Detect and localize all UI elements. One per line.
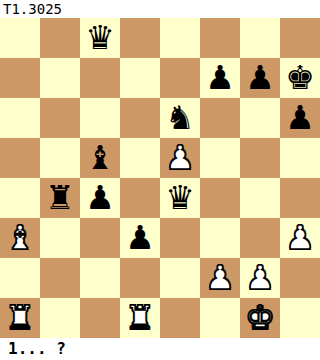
square-h7[interactable]: ♚ xyxy=(280,58,320,98)
square-f2[interactable]: ♟ xyxy=(200,258,240,298)
square-g8[interactable] xyxy=(240,18,280,58)
square-f6[interactable] xyxy=(200,98,240,138)
square-d2[interactable] xyxy=(120,258,160,298)
square-d1[interactable]: ♜ xyxy=(120,298,160,338)
square-a6[interactable] xyxy=(0,98,40,138)
square-a8[interactable] xyxy=(0,18,40,58)
square-f1[interactable] xyxy=(200,298,240,338)
square-f3[interactable] xyxy=(200,218,240,258)
square-e3[interactable] xyxy=(160,218,200,258)
square-g2[interactable]: ♟ xyxy=(240,258,280,298)
move-prompt: 1... ? xyxy=(0,338,320,360)
square-g7[interactable]: ♟ xyxy=(240,58,280,98)
white-rook: ♜ xyxy=(125,298,155,338)
square-g4[interactable] xyxy=(240,178,280,218)
white-rook: ♜ xyxy=(5,298,35,338)
black-pawn: ♟ xyxy=(245,58,275,98)
square-b8[interactable] xyxy=(40,18,80,58)
chess-board: ♛♟♟♚♞♟♝♟♜♟♛♝♟♟♟♟♜♜♚ xyxy=(0,18,320,338)
square-b6[interactable] xyxy=(40,98,80,138)
white-pawn: ♟ xyxy=(245,258,275,298)
square-a3[interactable]: ♝ xyxy=(0,218,40,258)
square-d8[interactable] xyxy=(120,18,160,58)
black-rook: ♜ xyxy=(45,178,75,218)
square-c5[interactable]: ♝ xyxy=(80,138,120,178)
black-knight: ♞ xyxy=(165,98,195,138)
square-b4[interactable]: ♜ xyxy=(40,178,80,218)
white-king: ♚ xyxy=(245,298,275,338)
square-g5[interactable] xyxy=(240,138,280,178)
square-e7[interactable] xyxy=(160,58,200,98)
square-e1[interactable] xyxy=(160,298,200,338)
square-f5[interactable] xyxy=(200,138,240,178)
square-e4[interactable]: ♛ xyxy=(160,178,200,218)
white-pawn: ♟ xyxy=(285,218,315,258)
black-pawn: ♟ xyxy=(205,58,235,98)
black-queen: ♛ xyxy=(85,18,115,58)
square-f8[interactable] xyxy=(200,18,240,58)
black-king: ♚ xyxy=(285,58,315,98)
square-g3[interactable] xyxy=(240,218,280,258)
square-d5[interactable] xyxy=(120,138,160,178)
square-a2[interactable] xyxy=(0,258,40,298)
square-b2[interactable] xyxy=(40,258,80,298)
square-d6[interactable] xyxy=(120,98,160,138)
square-d7[interactable] xyxy=(120,58,160,98)
square-c7[interactable] xyxy=(80,58,120,98)
square-h5[interactable] xyxy=(280,138,320,178)
square-e6[interactable]: ♞ xyxy=(160,98,200,138)
square-a4[interactable] xyxy=(0,178,40,218)
square-h1[interactable] xyxy=(280,298,320,338)
square-d4[interactable] xyxy=(120,178,160,218)
black-pawn: ♟ xyxy=(125,218,155,258)
square-h3[interactable]: ♟ xyxy=(280,218,320,258)
square-a7[interactable] xyxy=(0,58,40,98)
black-queen: ♛ xyxy=(165,178,195,218)
square-h4[interactable] xyxy=(280,178,320,218)
square-c6[interactable] xyxy=(80,98,120,138)
square-b3[interactable] xyxy=(40,218,80,258)
square-f4[interactable] xyxy=(200,178,240,218)
puzzle-id: T1.3025 xyxy=(0,0,320,18)
black-pawn: ♟ xyxy=(285,98,315,138)
black-bishop: ♝ xyxy=(85,138,115,178)
square-c8[interactable]: ♛ xyxy=(80,18,120,58)
square-c3[interactable] xyxy=(80,218,120,258)
white-bishop: ♝ xyxy=(5,218,35,258)
square-b7[interactable] xyxy=(40,58,80,98)
square-e5[interactable]: ♟ xyxy=(160,138,200,178)
square-c1[interactable] xyxy=(80,298,120,338)
square-b5[interactable] xyxy=(40,138,80,178)
square-f7[interactable]: ♟ xyxy=(200,58,240,98)
white-pawn: ♟ xyxy=(205,258,235,298)
square-g6[interactable] xyxy=(240,98,280,138)
square-h2[interactable] xyxy=(280,258,320,298)
square-c4[interactable]: ♟ xyxy=(80,178,120,218)
square-c2[interactable] xyxy=(80,258,120,298)
square-d3[interactable]: ♟ xyxy=(120,218,160,258)
square-b1[interactable] xyxy=(40,298,80,338)
square-h6[interactable]: ♟ xyxy=(280,98,320,138)
square-g1[interactable]: ♚ xyxy=(240,298,280,338)
square-e2[interactable] xyxy=(160,258,200,298)
square-e8[interactable] xyxy=(160,18,200,58)
square-h8[interactable] xyxy=(280,18,320,58)
black-pawn: ♟ xyxy=(85,178,115,218)
square-a5[interactable] xyxy=(0,138,40,178)
white-pawn: ♟ xyxy=(165,138,195,178)
square-a1[interactable]: ♜ xyxy=(0,298,40,338)
